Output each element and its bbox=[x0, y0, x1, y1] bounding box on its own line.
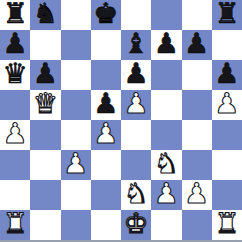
square-e7[interactable]: ♝ bbox=[121, 30, 151, 60]
square-a8[interactable]: ♜ bbox=[0, 0, 30, 30]
piece-white-pawn[interactable]: ♟ bbox=[124, 90, 149, 119]
square-d1[interactable] bbox=[91, 210, 121, 240]
square-a7[interactable]: ♟ bbox=[0, 30, 30, 60]
square-b2[interactable] bbox=[30, 180, 60, 210]
square-d8[interactable]: ♚ bbox=[91, 0, 121, 30]
square-a1[interactable]: ♜ bbox=[0, 210, 30, 240]
square-f7[interactable]: ♟ bbox=[151, 30, 181, 60]
square-h6[interactable]: ♟ bbox=[212, 60, 242, 90]
square-c3[interactable]: ♟ bbox=[61, 150, 91, 180]
square-a2[interactable] bbox=[0, 180, 30, 210]
square-f1[interactable] bbox=[151, 210, 181, 240]
chess-board-grid: ♜♞♚♜♟♝♟♟♛♟♟♟♛♟♟♟♟♟♟♞♞♟♟♜♚♜ bbox=[0, 0, 242, 240]
square-b7[interactable] bbox=[30, 30, 60, 60]
square-d2[interactable] bbox=[91, 180, 121, 210]
square-b6[interactable]: ♟ bbox=[30, 60, 60, 90]
square-a5[interactable] bbox=[0, 90, 30, 120]
square-e4[interactable] bbox=[121, 120, 151, 150]
piece-black-knight[interactable]: ♞ bbox=[33, 0, 58, 29]
square-h5[interactable]: ♟ bbox=[212, 90, 242, 120]
square-c1[interactable] bbox=[61, 210, 91, 240]
square-a4[interactable]: ♟ bbox=[0, 120, 30, 150]
square-g4[interactable] bbox=[182, 120, 212, 150]
square-e6[interactable]: ♟ bbox=[121, 60, 151, 90]
piece-white-queen[interactable]: ♛ bbox=[33, 90, 58, 119]
square-h1[interactable]: ♜ bbox=[212, 210, 242, 240]
square-g1[interactable] bbox=[182, 210, 212, 240]
piece-black-bishop[interactable]: ♝ bbox=[124, 30, 149, 59]
square-g6[interactable] bbox=[182, 60, 212, 90]
square-h7[interactable] bbox=[212, 30, 242, 60]
square-g7[interactable]: ♟ bbox=[182, 30, 212, 60]
piece-white-pawn[interactable]: ♟ bbox=[154, 180, 179, 209]
square-h2[interactable] bbox=[212, 180, 242, 210]
square-f5[interactable] bbox=[151, 90, 181, 120]
square-h4[interactable] bbox=[212, 120, 242, 150]
square-g8[interactable] bbox=[182, 0, 212, 30]
square-f4[interactable] bbox=[151, 120, 181, 150]
square-d6[interactable] bbox=[91, 60, 121, 90]
square-e1[interactable]: ♚ bbox=[121, 210, 151, 240]
piece-black-pawn[interactable]: ♟ bbox=[3, 30, 28, 59]
square-d7[interactable] bbox=[91, 30, 121, 60]
square-e5[interactable]: ♟ bbox=[121, 90, 151, 120]
square-g5[interactable] bbox=[182, 90, 212, 120]
piece-white-rook[interactable]: ♜ bbox=[3, 210, 28, 239]
piece-white-pawn[interactable]: ♟ bbox=[93, 120, 118, 149]
square-h3[interactable] bbox=[212, 150, 242, 180]
square-b1[interactable] bbox=[30, 210, 60, 240]
piece-white-king[interactable]: ♚ bbox=[124, 210, 149, 239]
square-d5[interactable]: ♟ bbox=[91, 90, 121, 120]
piece-white-pawn[interactable]: ♟ bbox=[63, 150, 88, 179]
square-b5[interactable]: ♛ bbox=[30, 90, 60, 120]
piece-black-rook[interactable]: ♜ bbox=[214, 0, 239, 29]
square-b3[interactable] bbox=[30, 150, 60, 180]
piece-white-pawn[interactable]: ♟ bbox=[184, 180, 209, 209]
square-a6[interactable]: ♛ bbox=[0, 60, 30, 90]
square-d3[interactable] bbox=[91, 150, 121, 180]
square-d4[interactable]: ♟ bbox=[91, 120, 121, 150]
square-c4[interactable] bbox=[61, 120, 91, 150]
chess-board: ♜♞♚♜♟♝♟♟♛♟♟♟♛♟♟♟♟♟♟♞♞♟♟♜♚♜ bbox=[0, 0, 242, 242]
square-f6[interactable] bbox=[151, 60, 181, 90]
piece-black-rook[interactable]: ♜ bbox=[3, 0, 28, 29]
square-c7[interactable] bbox=[61, 30, 91, 60]
piece-white-pawn[interactable]: ♟ bbox=[3, 120, 28, 149]
square-f3[interactable]: ♞ bbox=[151, 150, 181, 180]
square-e2[interactable]: ♞ bbox=[121, 180, 151, 210]
square-e3[interactable] bbox=[121, 150, 151, 180]
square-b8[interactable]: ♞ bbox=[30, 0, 60, 30]
square-c8[interactable] bbox=[61, 0, 91, 30]
square-a3[interactable] bbox=[0, 150, 30, 180]
piece-black-pawn[interactable]: ♟ bbox=[214, 60, 239, 89]
square-f8[interactable] bbox=[151, 0, 181, 30]
square-c6[interactable] bbox=[61, 60, 91, 90]
piece-black-pawn[interactable]: ♟ bbox=[154, 30, 179, 59]
piece-black-pawn[interactable]: ♟ bbox=[124, 60, 149, 89]
piece-white-pawn[interactable]: ♟ bbox=[214, 90, 239, 119]
square-c2[interactable] bbox=[61, 180, 91, 210]
piece-black-pawn[interactable]: ♟ bbox=[184, 30, 209, 59]
square-c5[interactable] bbox=[61, 90, 91, 120]
square-e8[interactable] bbox=[121, 0, 151, 30]
square-f2[interactable]: ♟ bbox=[151, 180, 181, 210]
piece-white-knight[interactable]: ♞ bbox=[124, 180, 149, 209]
piece-white-knight[interactable]: ♞ bbox=[154, 150, 179, 179]
piece-black-pawn[interactable]: ♟ bbox=[93, 90, 118, 119]
piece-black-pawn[interactable]: ♟ bbox=[33, 60, 58, 89]
piece-white-rook[interactable]: ♜ bbox=[214, 210, 239, 239]
square-g2[interactable]: ♟ bbox=[182, 180, 212, 210]
piece-black-king[interactable]: ♚ bbox=[93, 0, 118, 29]
piece-black-queen[interactable]: ♛ bbox=[3, 60, 28, 89]
square-b4[interactable] bbox=[30, 120, 60, 150]
square-g3[interactable] bbox=[182, 150, 212, 180]
square-h8[interactable]: ♜ bbox=[212, 0, 242, 30]
